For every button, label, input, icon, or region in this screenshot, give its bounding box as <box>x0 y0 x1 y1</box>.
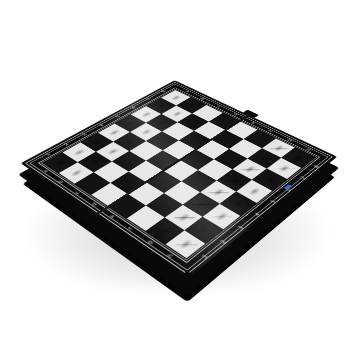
piece-shadow <box>228 176 243 186</box>
scene-3d: ♜♞♝♛♚♝♞♜♟♟♟♟♟♟♟♟♟♟♟♟♟♟♟♟♜♞♝♛♚♝♞♜ aa11bb2… <box>0 0 352 352</box>
piece-shadow <box>247 186 262 196</box>
piece-shadow <box>88 157 103 166</box>
piece-shadow <box>243 164 258 173</box>
piece-shadow <box>69 168 85 178</box>
piece-shadow <box>258 154 272 163</box>
piece-shadow <box>155 102 168 109</box>
piece-shadow <box>157 225 174 237</box>
chess-board: ♜♞♝♛♚♝♞♜♟♟♟♟♟♟♟♟♟♟♟♟♟♟♟♟♜♞♝♛♚♝♞♜ aa11bb2… <box>21 80 338 278</box>
piece-shadow <box>108 129 122 137</box>
brand-dot-icon <box>284 184 292 190</box>
piece-shadow <box>263 175 278 185</box>
piece-shadow <box>53 158 69 167</box>
piece-shadow <box>194 199 210 210</box>
square-h1: ♜ <box>166 230 206 258</box>
piece-shadow <box>171 110 184 117</box>
square-h6: ♝ <box>252 169 287 191</box>
board-squares: ♜♞♝♛♚♝♞♜♟♟♟♟♟♟♟♟♟♟♟♟♟♟♟♟♜♞♝♛♚♝♞♜ <box>44 90 315 258</box>
piece-shadow <box>156 119 170 127</box>
piece-shadow <box>211 187 226 197</box>
square-e4 <box>163 160 198 181</box>
piece-shadow <box>214 211 230 222</box>
product-photo-stage: ♜♞♝♛♚♝♞♜♟♟♟♟♟♟♟♟♟♟♟♟♟♟♟♟♜♞♝♛♚♝♞♜ aa11bb2… <box>0 0 352 352</box>
piece-shadow <box>106 147 121 156</box>
piece-shadow <box>140 128 154 136</box>
piece-shadow <box>124 119 138 127</box>
piece-shadow <box>196 224 213 236</box>
rank-label-far-7: 7 <box>139 94 158 104</box>
piece-shadow <box>123 137 137 145</box>
piece-shadow <box>72 148 87 157</box>
piece-shadow <box>176 212 192 223</box>
piece-shadow <box>90 138 105 146</box>
king-glyph: ♚ <box>111 82 151 126</box>
piece-shadow <box>178 238 195 250</box>
file-label-near-a: a <box>34 164 57 178</box>
piece-shadow <box>231 198 247 209</box>
piece-shadow <box>140 111 154 118</box>
piece-shadow <box>278 164 292 173</box>
rook-glyph: ♜ <box>284 129 313 161</box>
